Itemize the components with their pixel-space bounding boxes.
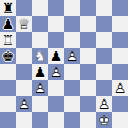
square-h2[interactable] (112, 96, 128, 112)
square-b1[interactable] (16, 112, 32, 128)
square-a4[interactable] (0, 64, 16, 80)
square-g7[interactable] (96, 16, 112, 32)
square-e3[interactable] (64, 80, 80, 96)
white-pawn-outline-icon: ♙ (112, 80, 128, 96)
square-h3[interactable]: ♟♙ (112, 80, 128, 96)
square-b8[interactable] (16, 0, 32, 16)
square-f4[interactable] (80, 64, 96, 80)
square-f7[interactable] (80, 16, 96, 32)
square-f3[interactable] (80, 80, 96, 96)
square-h8[interactable] (112, 0, 128, 16)
square-b3[interactable] (16, 80, 32, 96)
square-d7[interactable] (48, 16, 64, 32)
square-f6[interactable] (80, 32, 96, 48)
square-c8[interactable] (32, 0, 48, 16)
white-pawn-outline-icon: ♙ (32, 80, 48, 96)
square-f8[interactable] (80, 0, 96, 16)
square-g1[interactable]: ♚♔ (96, 112, 112, 128)
square-a1[interactable] (0, 112, 16, 128)
square-c5[interactable]: ♞♘ (32, 48, 48, 64)
square-a5[interactable]: ♚ (0, 48, 16, 64)
square-h7[interactable] (112, 16, 128, 32)
square-b2[interactable]: ♟♙ (16, 96, 32, 112)
square-c4[interactable]: ♟ (32, 64, 48, 80)
square-a2[interactable] (0, 96, 16, 112)
black-pawn-icon: ♟ (48, 48, 64, 64)
square-e6[interactable] (64, 32, 80, 48)
square-e5[interactable]: ♟♙ (64, 48, 80, 64)
square-h6[interactable] (112, 32, 128, 48)
square-c6[interactable] (32, 32, 48, 48)
square-g3[interactable] (96, 80, 112, 96)
white-king-outline-icon: ♔ (96, 112, 112, 128)
square-h4[interactable] (112, 64, 128, 80)
square-c1[interactable] (32, 112, 48, 128)
square-h1[interactable] (112, 112, 128, 128)
square-g5[interactable] (96, 48, 112, 64)
white-pawn-outline-icon: ♙ (96, 96, 112, 112)
square-d1[interactable] (48, 112, 64, 128)
square-e4[interactable] (64, 64, 80, 80)
square-d4[interactable]: ♟♙ (48, 64, 64, 80)
square-g2[interactable]: ♟♙ (96, 96, 112, 112)
square-a7[interactable]: ♟ (0, 16, 16, 32)
square-a6[interactable]: ♜♖ (0, 32, 16, 48)
square-c7[interactable] (32, 16, 48, 32)
square-c3[interactable]: ♟♙ (32, 80, 48, 96)
white-pawn-outline-icon: ♙ (16, 96, 32, 112)
square-e2[interactable] (64, 96, 80, 112)
black-pawn-icon: ♟ (32, 64, 48, 80)
black-pawn-icon: ♟ (0, 16, 16, 32)
square-h5[interactable] (112, 48, 128, 64)
white-pawn-outline-icon: ♙ (48, 64, 64, 80)
white-pawn-outline-icon: ♙ (64, 48, 80, 64)
square-f1[interactable] (80, 112, 96, 128)
square-f2[interactable] (80, 96, 96, 112)
square-d2[interactable] (48, 96, 64, 112)
square-a3[interactable] (0, 80, 16, 96)
square-d3[interactable] (48, 80, 64, 96)
square-d8[interactable] (48, 0, 64, 16)
square-b4[interactable] (16, 64, 32, 80)
square-g4[interactable] (96, 64, 112, 80)
chess-board: ♜♟♛♕♜♖♚♞♘♟♟♙♟♟♙♟♙♟♙♟♙♟♙♚♔ (0, 0, 128, 128)
square-d6[interactable] (48, 32, 64, 48)
square-c2[interactable] (32, 96, 48, 112)
white-knight-outline-icon: ♘ (32, 48, 48, 64)
black-king-icon: ♚ (0, 48, 16, 64)
white-queen-outline-icon: ♕ (16, 16, 32, 32)
square-b5[interactable] (16, 48, 32, 64)
square-d5[interactable]: ♟ (48, 48, 64, 64)
square-g6[interactable] (96, 32, 112, 48)
square-e1[interactable] (64, 112, 80, 128)
square-e8[interactable] (64, 0, 80, 16)
square-e7[interactable] (64, 16, 80, 32)
black-rook-icon: ♜ (0, 0, 16, 16)
white-rook-outline-icon: ♖ (0, 32, 16, 48)
square-b7[interactable]: ♛♕ (16, 16, 32, 32)
square-f5[interactable] (80, 48, 96, 64)
square-b6[interactable] (16, 32, 32, 48)
square-a8[interactable]: ♜ (0, 0, 16, 16)
square-g8[interactable] (96, 0, 112, 16)
